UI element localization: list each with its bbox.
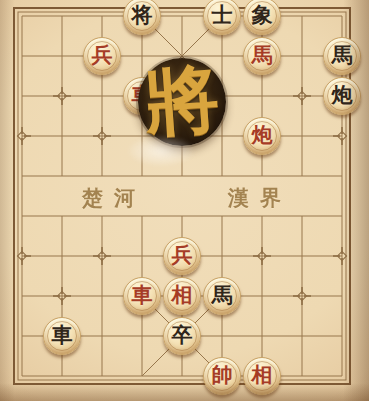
black-horse-glyph: 馬 (332, 45, 353, 66)
black-soldier-glyph: 卒 (172, 325, 193, 346)
red-soldier-glyph: 兵 (172, 245, 193, 266)
piece-red-horse[interactable]: 馬 (243, 37, 281, 75)
black-cannon-glyph: 炮 (332, 85, 353, 106)
piece-black-horse[interactable]: 馬 (203, 277, 241, 315)
black-general-glyph: 将 (132, 5, 153, 26)
piece-black-soldier[interactable]: 卒 (163, 317, 201, 355)
check-banner-text: 將 (142, 62, 221, 141)
black-advisor-glyph: 士 (212, 5, 233, 26)
piece-red-soldier[interactable]: 兵 (83, 37, 121, 75)
piece-red-elephant[interactable]: 相 (243, 357, 281, 395)
xiangqi-board[interactable]: 楚河 漢界 将士象兵馬馬車炮炮兵車相馬車卒帥相 將 (0, 0, 369, 401)
red-elephant-glyph: 相 (172, 285, 193, 306)
piece-red-cannon[interactable]: 炮 (243, 117, 281, 155)
red-general-glyph: 帥 (212, 365, 233, 386)
red-elephant-glyph: 相 (252, 365, 273, 386)
piece-red-chariot[interactable]: 車 (123, 277, 161, 315)
xiangqi-app: 楚河 漢界 将士象兵馬馬車炮炮兵車相馬車卒帥相 將 (0, 0, 369, 401)
black-horse-glyph: 馬 (212, 285, 233, 306)
red-horse-glyph: 馬 (252, 45, 273, 66)
piece-red-general[interactable]: 帥 (203, 357, 241, 395)
black-elephant-glyph: 象 (252, 5, 273, 26)
red-soldier-glyph: 兵 (92, 45, 113, 66)
piece-black-horse[interactable]: 馬 (323, 37, 361, 75)
check-banner: 將 (138, 58, 226, 146)
piece-red-elephant[interactable]: 相 (163, 277, 201, 315)
red-cannon-glyph: 炮 (252, 125, 273, 146)
river-label-chu: 楚河 (82, 184, 146, 208)
black-chariot-glyph: 車 (52, 325, 73, 346)
piece-black-chariot[interactable]: 車 (43, 317, 81, 355)
piece-black-cannon[interactable]: 炮 (323, 77, 361, 115)
river-label-han: 漢界 (228, 184, 292, 208)
piece-red-soldier[interactable]: 兵 (163, 237, 201, 275)
check-effect-smoke-icon (128, 136, 194, 166)
red-chariot-glyph: 車 (132, 285, 153, 306)
